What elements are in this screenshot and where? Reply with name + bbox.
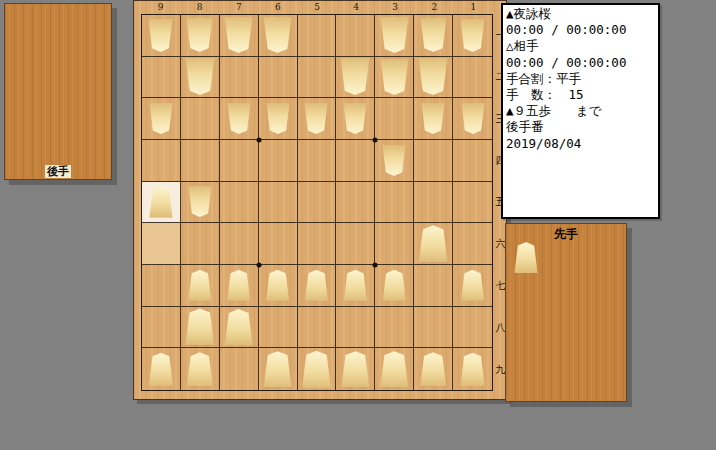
piece-fu-sente[interactable]: 歩兵 <box>304 270 328 301</box>
shogi-board: 987654321 一二三四五六七八九 香車桂馬銀将金将銀将桂馬香車飛車王将金将… <box>133 0 507 400</box>
piece-fu-gote[interactable]: 歩兵 <box>227 103 251 134</box>
square-92[interactable] <box>142 57 181 99</box>
square-34[interactable]: 歩兵 <box>375 140 414 182</box>
square-21[interactable]: 桂馬 <box>414 15 453 57</box>
square-31[interactable]: 銀将 <box>375 15 414 57</box>
sente-stand-label: 先手 <box>554 226 578 243</box>
square-27[interactable] <box>414 265 453 307</box>
piece-kanji: 香車 <box>467 385 478 386</box>
piece-kei-gote[interactable]: 桂馬 <box>420 18 447 52</box>
info-line-2: 00:00 / 00:00:00 <box>506 22 655 38</box>
square-56[interactable] <box>298 223 337 265</box>
square-19[interactable]: 香車 <box>453 348 492 390</box>
piece-fu-gote[interactable]: 歩兵 <box>188 186 212 217</box>
file-label-1: 1 <box>454 1 493 14</box>
square-74[interactable] <box>220 140 259 182</box>
info-line-6: 手 数： 15 <box>506 87 655 103</box>
piece-kanji: 銀将 <box>233 17 245 18</box>
square-58[interactable] <box>298 307 337 349</box>
piece-kanji: 歩兵 <box>272 300 283 301</box>
square-48[interactable] <box>336 307 375 349</box>
square-77[interactable]: 歩兵 <box>220 265 259 307</box>
square-44[interactable] <box>336 140 375 182</box>
piece-kei-sente[interactable]: 桂馬 <box>420 352 447 386</box>
square-54[interactable] <box>298 140 337 182</box>
gote-stand-label: 後手 <box>45 165 71 178</box>
square-43[interactable]: 歩兵 <box>336 98 375 140</box>
piece-kanji: 金将 <box>349 386 361 387</box>
piece-kyo-sente[interactable]: 香車 <box>460 353 485 386</box>
board-grid: 香車桂馬銀将金将銀将桂馬香車飛車王将金将角行歩兵歩兵歩兵歩兵歩兵歩兵歩兵歩兵歩兵… <box>141 14 493 391</box>
piece-kanji: 桂馬 <box>194 18 205 19</box>
piece-kanji: 歩兵 <box>389 300 400 301</box>
piece-kanji: 歩兵 <box>350 103 361 104</box>
file-label-6: 6 <box>258 1 297 14</box>
square-52[interactable] <box>298 57 337 99</box>
square-61[interactable]: 金将 <box>259 15 298 57</box>
square-13[interactable]: 歩兵 <box>453 98 492 140</box>
square-98[interactable] <box>142 307 181 349</box>
sente-hand-area: 歩兵 <box>514 242 622 273</box>
file-label-3: 3 <box>376 1 415 14</box>
file-labels: 987654321 <box>141 1 493 14</box>
hoshi-dot <box>256 138 261 143</box>
square-72[interactable] <box>220 57 259 99</box>
piece-kanji: 歩兵 <box>272 103 283 104</box>
square-33[interactable] <box>375 98 414 140</box>
square-81[interactable]: 桂馬 <box>181 15 220 57</box>
piece-gin-sente[interactable]: 銀将 <box>380 351 409 387</box>
square-46[interactable] <box>336 223 375 265</box>
square-63[interactable]: 歩兵 <box>259 98 298 140</box>
piece-kanji: 歩兵 <box>467 103 478 104</box>
piece-kin-gote[interactable]: 金将 <box>380 59 409 95</box>
hoshi-dot <box>256 263 261 268</box>
piece-hisha-gote[interactable]: 飛車 <box>185 58 215 95</box>
piece-kyo-gote[interactable]: 香車 <box>460 19 485 52</box>
piece-kanji: 歩兵 <box>233 300 244 301</box>
piece-kanji: 飛車 <box>194 58 206 59</box>
piece-fu-gote[interactable]: 歩兵 <box>266 103 290 134</box>
square-76[interactable] <box>220 223 259 265</box>
square-78[interactable]: 銀将 <box>220 307 259 349</box>
square-38[interactable] <box>375 307 414 349</box>
square-14[interactable] <box>453 140 492 182</box>
piece-kanji: 角行 <box>427 58 439 59</box>
square-67[interactable]: 歩兵 <box>259 265 298 307</box>
square-35[interactable] <box>375 182 414 224</box>
square-39[interactable]: 銀将 <box>375 348 414 390</box>
square-97[interactable] <box>142 265 181 307</box>
info-line-8: 後手番 <box>506 119 655 135</box>
piece-kanji: 金将 <box>272 386 284 387</box>
file-label-7: 7 <box>219 1 258 14</box>
square-15[interactable] <box>453 182 492 224</box>
square-59[interactable]: 玉将 <box>298 348 337 390</box>
square-22[interactable]: 角行 <box>414 57 453 99</box>
piece-kanji: 角行 <box>194 344 206 345</box>
square-88[interactable]: 角行 <box>181 307 220 349</box>
piece-kanji: 銀将 <box>388 17 400 18</box>
square-93[interactable]: 歩兵 <box>142 98 181 140</box>
square-41[interactable] <box>336 15 375 57</box>
piece-kanji: 歩兵 <box>194 186 205 187</box>
info-line-1: ▲夜詠桜 <box>506 6 655 22</box>
piece-fu-sente[interactable]: 歩兵 <box>514 242 538 273</box>
piece-kanji: 桂馬 <box>428 18 439 19</box>
info-line-9: 2019/08/04 <box>506 136 655 152</box>
piece-kei-sente[interactable]: 桂馬 <box>186 352 213 386</box>
square-79[interactable] <box>220 348 259 390</box>
piece-kanji: 香車 <box>155 385 166 386</box>
square-42[interactable]: 王将 <box>336 57 375 99</box>
piece-kyo-sente[interactable]: 香車 <box>148 353 173 386</box>
piece-kanji: 歩兵 <box>467 300 478 301</box>
square-99[interactable]: 香車 <box>142 348 181 390</box>
square-55[interactable] <box>298 182 337 224</box>
piece-fu-sente[interactable]: 歩兵 <box>461 270 485 301</box>
piece-kanji: 歩兵 <box>194 300 205 301</box>
square-25[interactable] <box>414 182 453 224</box>
square-24[interactable] <box>414 140 453 182</box>
info-line-5: 手合割：平手 <box>506 71 655 87</box>
piece-fu-gote[interactable]: 歩兵 <box>343 103 367 134</box>
piece-kanji: 歩兵 <box>155 216 166 217</box>
hoshi-dot <box>373 263 378 268</box>
piece-kanji: 歩兵 <box>233 103 244 104</box>
piece-ou-gote[interactable]: 王将 <box>340 58 370 95</box>
square-53[interactable]: 歩兵 <box>298 98 337 140</box>
info-line-4: 00:00 / 00:00:00 <box>506 55 655 71</box>
file-label-5: 5 <box>297 1 336 14</box>
piece-kanji: 玉将 <box>310 387 322 388</box>
piece-kanji: 歩兵 <box>350 300 361 301</box>
hoshi-dot <box>373 138 378 143</box>
square-47[interactable]: 歩兵 <box>336 265 375 307</box>
piece-kanji: 歩兵 <box>311 103 322 104</box>
square-91[interactable]: 香車 <box>142 15 181 57</box>
piece-kanji: 歩兵 <box>311 300 322 301</box>
square-82[interactable]: 飛車 <box>181 57 220 99</box>
square-73[interactable]: 歩兵 <box>220 98 259 140</box>
square-51[interactable] <box>298 15 337 57</box>
square-49[interactable]: 金将 <box>336 348 375 390</box>
piece-gin-sente[interactable]: 銀将 <box>224 309 253 345</box>
piece-kin-sente[interactable]: 金将 <box>263 351 292 387</box>
square-62[interactable] <box>259 57 298 99</box>
square-29[interactable]: 桂馬 <box>414 348 453 390</box>
piece-kanji: 歩兵 <box>155 103 166 104</box>
square-94[interactable] <box>142 140 181 182</box>
piece-fu-gote[interactable]: 歩兵 <box>382 145 406 176</box>
square-64[interactable] <box>259 140 298 182</box>
square-71[interactable]: 銀将 <box>220 15 259 57</box>
piece-kanji: 香車 <box>467 19 478 20</box>
piece-kanji: 銀将 <box>388 386 400 387</box>
file-label-9: 9 <box>141 1 180 14</box>
piece-fu-sente[interactable]: 歩兵 <box>149 186 173 217</box>
piece-kin-gote[interactable]: 金将 <box>263 17 292 53</box>
piece-kanji: 歩兵 <box>521 272 532 273</box>
piece-fu-gote[interactable]: 歩兵 <box>149 103 173 134</box>
piece-fu-sente[interactable]: 歩兵 <box>266 270 290 301</box>
square-69[interactable]: 金将 <box>259 348 298 390</box>
square-89[interactable]: 桂馬 <box>181 348 220 390</box>
sente-piece-stand[interactable]: 先手 歩兵 <box>505 223 627 402</box>
piece-fu-sente[interactable]: 歩兵 <box>227 270 251 301</box>
square-75[interactable] <box>220 182 259 224</box>
piece-gyoku-sente[interactable]: 玉将 <box>301 351 331 388</box>
square-68[interactable] <box>259 307 298 349</box>
piece-kin-sente[interactable]: 金将 <box>341 351 370 387</box>
file-label-2: 2 <box>415 1 454 14</box>
piece-fu-sente[interactable]: 歩兵 <box>188 270 212 301</box>
square-26[interactable]: 飛車 <box>414 223 453 265</box>
square-11[interactable]: 香車 <box>453 15 492 57</box>
piece-kanji: 飛車 <box>427 261 439 262</box>
square-95[interactable]: 歩兵 <box>142 182 181 224</box>
square-86[interactable] <box>181 223 220 265</box>
piece-kei-gote[interactable]: 桂馬 <box>186 18 213 52</box>
piece-kaku-gote[interactable]: 角行 <box>418 58 448 95</box>
piece-hisha-sente[interactable]: 飛車 <box>418 225 448 262</box>
square-28[interactable] <box>414 307 453 349</box>
square-57[interactable]: 歩兵 <box>298 265 337 307</box>
square-37[interactable]: 歩兵 <box>375 265 414 307</box>
square-87[interactable]: 歩兵 <box>181 265 220 307</box>
piece-kanji: 金将 <box>272 17 284 18</box>
piece-kanji: 歩兵 <box>389 145 400 146</box>
file-label-8: 8 <box>180 1 219 14</box>
piece-gin-gote[interactable]: 銀将 <box>380 17 409 53</box>
square-17[interactable]: 歩兵 <box>453 265 492 307</box>
piece-kanji: 金将 <box>388 59 400 60</box>
info-line-7: ▲９五歩 まで <box>506 103 655 119</box>
file-label-4: 4 <box>337 1 376 14</box>
square-85[interactable]: 歩兵 <box>181 182 220 224</box>
piece-kanji: 王将 <box>349 58 361 59</box>
square-45[interactable] <box>336 182 375 224</box>
piece-fu-gote[interactable]: 歩兵 <box>421 103 445 134</box>
square-32[interactable]: 金将 <box>375 57 414 99</box>
square-18[interactable] <box>453 307 492 349</box>
square-83[interactable] <box>181 98 220 140</box>
piece-fu-gote[interactable]: 歩兵 <box>461 103 485 134</box>
piece-fu-gote[interactable]: 歩兵 <box>304 103 328 134</box>
piece-kanji: 銀将 <box>233 344 245 345</box>
square-96[interactable] <box>142 223 181 265</box>
square-84[interactable] <box>181 140 220 182</box>
square-12[interactable] <box>453 57 492 99</box>
piece-fu-sente[interactable]: 歩兵 <box>343 270 367 301</box>
piece-kanji: 桂馬 <box>428 385 439 386</box>
gote-piece-stand[interactable]: 後手 <box>4 3 112 180</box>
piece-kanji: 歩兵 <box>428 103 439 104</box>
info-line-3: △相手 <box>506 38 655 54</box>
piece-fu-sente[interactable]: 歩兵 <box>382 270 406 301</box>
app-window: 後手 987654321 一二三四五六七八九 香車桂馬銀将金将銀将桂馬香車飛車王… <box>0 0 716 450</box>
piece-kanji: 香車 <box>155 19 166 20</box>
square-36[interactable] <box>375 223 414 265</box>
piece-kanji: 桂馬 <box>194 385 205 386</box>
piece-gin-gote[interactable]: 銀将 <box>224 17 253 53</box>
square-66[interactable] <box>259 223 298 265</box>
game-info-panel: ▲夜詠桜00:00 / 00:00:00△相手00:00 / 00:00:00手… <box>501 3 660 219</box>
piece-kaku-sente[interactable]: 角行 <box>185 308 215 345</box>
square-23[interactable]: 歩兵 <box>414 98 453 140</box>
square-65[interactable] <box>259 182 298 224</box>
square-16[interactable] <box>453 223 492 265</box>
piece-kyo-gote[interactable]: 香車 <box>148 19 173 52</box>
